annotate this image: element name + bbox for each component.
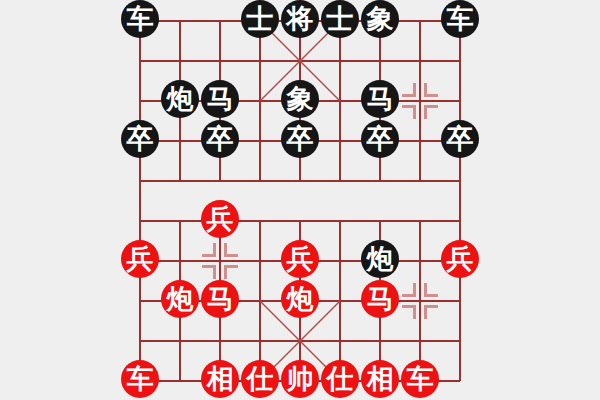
red-horse[interactable]: 马 xyxy=(201,280,239,318)
black-soldier[interactable]: 卒 xyxy=(281,120,319,158)
black-cannon[interactable]: 炮 xyxy=(161,80,199,118)
red-soldier[interactable]: 兵 xyxy=(121,240,159,278)
black-general[interactable]: 将 xyxy=(281,0,319,38)
black-elephant[interactable]: 象 xyxy=(361,0,399,38)
black-horse[interactable]: 马 xyxy=(201,80,239,118)
red-elephant[interactable]: 相 xyxy=(361,360,399,398)
board-pieces-layer: 车士将士象车炮马象马卒卒卒卒卒兵兵兵炮兵炮马炮马车相仕帅仕相车 xyxy=(0,0,600,400)
red-general[interactable]: 帅 xyxy=(281,360,319,398)
red-horse[interactable]: 马 xyxy=(361,280,399,318)
black-cannon[interactable]: 炮 xyxy=(361,240,399,278)
black-advisor[interactable]: 士 xyxy=(321,0,359,38)
red-soldier[interactable]: 兵 xyxy=(281,240,319,278)
red-advisor[interactable]: 仕 xyxy=(321,360,359,398)
black-soldier[interactable]: 卒 xyxy=(361,120,399,158)
red-chariot[interactable]: 车 xyxy=(121,360,159,398)
black-chariot[interactable]: 车 xyxy=(441,0,479,38)
black-horse[interactable]: 马 xyxy=(361,80,399,118)
black-elephant[interactable]: 象 xyxy=(281,80,319,118)
red-advisor[interactable]: 仕 xyxy=(241,360,279,398)
black-advisor[interactable]: 士 xyxy=(241,0,279,38)
red-chariot[interactable]: 车 xyxy=(401,360,439,398)
red-soldier[interactable]: 兵 xyxy=(441,240,479,278)
black-chariot[interactable]: 车 xyxy=(121,0,159,38)
red-cannon[interactable]: 炮 xyxy=(161,280,199,318)
black-soldier[interactable]: 卒 xyxy=(441,120,479,158)
black-soldier[interactable]: 卒 xyxy=(121,120,159,158)
black-soldier[interactable]: 卒 xyxy=(201,120,239,158)
red-soldier[interactable]: 兵 xyxy=(201,200,239,238)
red-elephant[interactable]: 相 xyxy=(201,360,239,398)
red-cannon[interactable]: 炮 xyxy=(281,280,319,318)
xiangqi-board: 车士将士象车炮马象马卒卒卒卒卒兵兵兵炮兵炮马炮马车相仕帅仕相车 xyxy=(0,0,600,400)
